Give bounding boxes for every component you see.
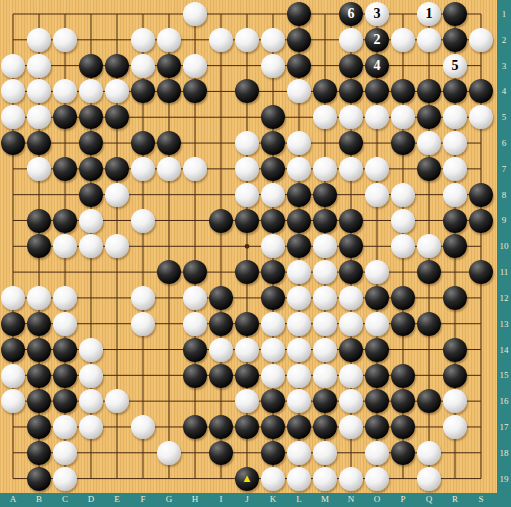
intersection-J11[interactable] [234, 259, 260, 285]
intersection-D1[interactable] [78, 1, 104, 27]
intersection-S2[interactable] [468, 27, 494, 53]
intersection-A7[interactable] [0, 156, 26, 182]
intersection-M12[interactable] [312, 285, 338, 311]
intersection-E11[interactable] [104, 259, 130, 285]
intersection-H5[interactable] [182, 104, 208, 130]
intersection-F11[interactable] [130, 259, 156, 285]
intersection-M13[interactable] [312, 311, 338, 337]
intersection-P19[interactable] [390, 466, 416, 492]
intersection-S12[interactable] [468, 285, 494, 311]
intersection-E4[interactable] [104, 78, 130, 104]
intersection-C2[interactable] [52, 27, 78, 53]
intersection-C18[interactable] [52, 440, 78, 466]
intersection-J2[interactable] [234, 27, 260, 53]
intersection-S1[interactable] [468, 1, 494, 27]
intersection-P18[interactable] [390, 440, 416, 466]
intersection-D12[interactable] [78, 285, 104, 311]
intersection-B18[interactable] [26, 440, 52, 466]
intersection-K5[interactable] [260, 104, 286, 130]
intersection-N16[interactable] [338, 388, 364, 414]
intersection-G13[interactable] [156, 311, 182, 337]
intersection-H16[interactable] [182, 388, 208, 414]
intersection-S17[interactable] [468, 414, 494, 440]
intersection-L15[interactable] [286, 363, 312, 389]
intersection-L2[interactable] [286, 27, 312, 53]
intersection-F18[interactable] [130, 440, 156, 466]
intersection-L6[interactable] [286, 130, 312, 156]
intersection-B7[interactable] [26, 156, 52, 182]
intersection-F2[interactable] [130, 27, 156, 53]
intersection-J13[interactable] [234, 311, 260, 337]
intersection-O5[interactable] [364, 104, 390, 130]
intersection-R10[interactable] [442, 233, 468, 259]
intersection-G2[interactable] [156, 27, 182, 53]
intersection-E3[interactable] [104, 53, 130, 79]
intersection-K12[interactable] [260, 285, 286, 311]
intersection-E15[interactable] [104, 363, 130, 389]
intersection-N3[interactable] [338, 53, 364, 79]
intersection-L3[interactable] [286, 53, 312, 79]
intersection-K1[interactable] [260, 1, 286, 27]
intersection-A12[interactable] [0, 285, 26, 311]
intersection-R15[interactable] [442, 363, 468, 389]
intersection-L16[interactable] [286, 388, 312, 414]
intersection-K3[interactable] [260, 53, 286, 79]
intersection-J9[interactable] [234, 208, 260, 234]
intersection-R11[interactable] [442, 259, 468, 285]
intersection-C10[interactable] [52, 233, 78, 259]
intersection-R7[interactable] [442, 156, 468, 182]
intersection-H11[interactable] [182, 259, 208, 285]
intersection-D14[interactable] [78, 337, 104, 363]
intersection-B11[interactable] [26, 259, 52, 285]
intersection-L14[interactable] [286, 337, 312, 363]
intersection-L13[interactable] [286, 311, 312, 337]
intersection-K11[interactable] [260, 259, 286, 285]
intersection-O7[interactable] [364, 156, 390, 182]
intersection-S8[interactable] [468, 182, 494, 208]
intersection-E19[interactable] [104, 466, 130, 492]
intersection-O14[interactable] [364, 337, 390, 363]
intersection-B16[interactable] [26, 388, 52, 414]
intersection-N15[interactable] [338, 363, 364, 389]
intersection-H6[interactable] [182, 130, 208, 156]
intersection-C6[interactable] [52, 130, 78, 156]
intersection-K9[interactable] [260, 208, 286, 234]
intersection-K19[interactable] [260, 466, 286, 492]
intersection-O3[interactable]: 4 [364, 53, 390, 79]
intersection-G3[interactable] [156, 53, 182, 79]
intersection-G11[interactable] [156, 259, 182, 285]
intersection-Q4[interactable] [416, 78, 442, 104]
intersection-N10[interactable] [338, 233, 364, 259]
intersection-S11[interactable] [468, 259, 494, 285]
intersection-N18[interactable] [338, 440, 364, 466]
intersection-J7[interactable] [234, 156, 260, 182]
intersection-J10[interactable] [234, 233, 260, 259]
intersection-A13[interactable] [0, 311, 26, 337]
intersection-C9[interactable] [52, 208, 78, 234]
intersection-M19[interactable] [312, 466, 338, 492]
intersection-N7[interactable] [338, 156, 364, 182]
intersection-B19[interactable] [26, 466, 52, 492]
intersection-G1[interactable] [156, 1, 182, 27]
intersection-F17[interactable] [130, 414, 156, 440]
intersection-G9[interactable] [156, 208, 182, 234]
intersection-J19[interactable]: ▲ [234, 466, 260, 492]
intersection-Q3[interactable] [416, 53, 442, 79]
intersection-B17[interactable] [26, 414, 52, 440]
intersection-B5[interactable] [26, 104, 52, 130]
intersection-B9[interactable] [26, 208, 52, 234]
intersection-F12[interactable] [130, 285, 156, 311]
intersection-L9[interactable] [286, 208, 312, 234]
intersection-E8[interactable] [104, 182, 130, 208]
intersection-N17[interactable] [338, 414, 364, 440]
intersection-J12[interactable] [234, 285, 260, 311]
intersection-D16[interactable] [78, 388, 104, 414]
intersection-H7[interactable] [182, 156, 208, 182]
intersection-O1[interactable]: 3 [364, 1, 390, 27]
intersection-H15[interactable] [182, 363, 208, 389]
intersection-N5[interactable] [338, 104, 364, 130]
intersection-P7[interactable] [390, 156, 416, 182]
intersection-H4[interactable] [182, 78, 208, 104]
intersection-S14[interactable] [468, 337, 494, 363]
intersection-H8[interactable] [182, 182, 208, 208]
intersection-M8[interactable] [312, 182, 338, 208]
intersection-F3[interactable] [130, 53, 156, 79]
intersection-B6[interactable] [26, 130, 52, 156]
intersection-G6[interactable] [156, 130, 182, 156]
intersection-K14[interactable] [260, 337, 286, 363]
intersection-G7[interactable] [156, 156, 182, 182]
intersection-H18[interactable] [182, 440, 208, 466]
intersection-Q11[interactable] [416, 259, 442, 285]
intersection-J14[interactable] [234, 337, 260, 363]
intersection-N6[interactable] [338, 130, 364, 156]
intersection-G5[interactable] [156, 104, 182, 130]
intersection-R4[interactable] [442, 78, 468, 104]
intersection-H10[interactable] [182, 233, 208, 259]
intersection-Q10[interactable] [416, 233, 442, 259]
intersection-G10[interactable] [156, 233, 182, 259]
intersection-F16[interactable] [130, 388, 156, 414]
intersection-H9[interactable] [182, 208, 208, 234]
intersection-C5[interactable] [52, 104, 78, 130]
intersection-C17[interactable] [52, 414, 78, 440]
intersection-K18[interactable] [260, 440, 286, 466]
intersection-G8[interactable] [156, 182, 182, 208]
intersection-S6[interactable] [468, 130, 494, 156]
intersection-I1[interactable] [208, 1, 234, 27]
intersection-M15[interactable] [312, 363, 338, 389]
intersection-Q15[interactable] [416, 363, 442, 389]
intersection-Q7[interactable] [416, 156, 442, 182]
intersection-A11[interactable] [0, 259, 26, 285]
intersection-D18[interactable] [78, 440, 104, 466]
intersection-H1[interactable] [182, 1, 208, 27]
intersection-P8[interactable] [390, 182, 416, 208]
intersection-F14[interactable] [130, 337, 156, 363]
intersection-E14[interactable] [104, 337, 130, 363]
intersection-E5[interactable] [104, 104, 130, 130]
intersection-P9[interactable] [390, 208, 416, 234]
intersection-C16[interactable] [52, 388, 78, 414]
intersection-P3[interactable] [390, 53, 416, 79]
intersection-D6[interactable] [78, 130, 104, 156]
intersection-P14[interactable] [390, 337, 416, 363]
intersection-S15[interactable] [468, 363, 494, 389]
intersection-F15[interactable] [130, 363, 156, 389]
intersection-A3[interactable] [0, 53, 26, 79]
intersection-P12[interactable] [390, 285, 416, 311]
intersection-R16[interactable] [442, 388, 468, 414]
intersection-Q8[interactable] [416, 182, 442, 208]
intersection-M2[interactable] [312, 27, 338, 53]
intersection-Q17[interactable] [416, 414, 442, 440]
intersection-A15[interactable] [0, 363, 26, 389]
intersection-G15[interactable] [156, 363, 182, 389]
intersection-I19[interactable] [208, 466, 234, 492]
intersection-L10[interactable] [286, 233, 312, 259]
intersection-O10[interactable] [364, 233, 390, 259]
intersection-K17[interactable] [260, 414, 286, 440]
intersection-I5[interactable] [208, 104, 234, 130]
go-board[interactable]: 631245▲ [0, 1, 494, 492]
intersection-H14[interactable] [182, 337, 208, 363]
intersection-L11[interactable] [286, 259, 312, 285]
intersection-I15[interactable] [208, 363, 234, 389]
intersection-N19[interactable] [338, 466, 364, 492]
intersection-S3[interactable] [468, 53, 494, 79]
intersection-M11[interactable] [312, 259, 338, 285]
intersection-C13[interactable] [52, 311, 78, 337]
intersection-L7[interactable] [286, 156, 312, 182]
intersection-Q16[interactable] [416, 388, 442, 414]
intersection-F1[interactable] [130, 1, 156, 27]
intersection-E18[interactable] [104, 440, 130, 466]
intersection-J3[interactable] [234, 53, 260, 79]
intersection-H3[interactable] [182, 53, 208, 79]
intersection-O8[interactable] [364, 182, 390, 208]
intersection-S7[interactable] [468, 156, 494, 182]
intersection-O6[interactable] [364, 130, 390, 156]
intersection-J5[interactable] [234, 104, 260, 130]
intersection-S18[interactable] [468, 440, 494, 466]
intersection-C15[interactable] [52, 363, 78, 389]
intersection-O9[interactable] [364, 208, 390, 234]
intersection-L12[interactable] [286, 285, 312, 311]
intersection-F9[interactable] [130, 208, 156, 234]
intersection-I7[interactable] [208, 156, 234, 182]
intersection-C3[interactable] [52, 53, 78, 79]
intersection-D11[interactable] [78, 259, 104, 285]
intersection-Q9[interactable] [416, 208, 442, 234]
intersection-A9[interactable] [0, 208, 26, 234]
intersection-G16[interactable] [156, 388, 182, 414]
intersection-E13[interactable] [104, 311, 130, 337]
intersection-A18[interactable] [0, 440, 26, 466]
intersection-M3[interactable] [312, 53, 338, 79]
intersection-S5[interactable] [468, 104, 494, 130]
intersection-R9[interactable] [442, 208, 468, 234]
intersection-M1[interactable] [312, 1, 338, 27]
intersection-I16[interactable] [208, 388, 234, 414]
intersection-E1[interactable] [104, 1, 130, 27]
intersection-D7[interactable] [78, 156, 104, 182]
intersection-O16[interactable] [364, 388, 390, 414]
intersection-M5[interactable] [312, 104, 338, 130]
intersection-B10[interactable] [26, 233, 52, 259]
intersection-A10[interactable] [0, 233, 26, 259]
intersection-B15[interactable] [26, 363, 52, 389]
intersection-E6[interactable] [104, 130, 130, 156]
intersection-I4[interactable] [208, 78, 234, 104]
intersection-I11[interactable] [208, 259, 234, 285]
intersection-M14[interactable] [312, 337, 338, 363]
intersection-N1[interactable]: 6 [338, 1, 364, 27]
intersection-J15[interactable] [234, 363, 260, 389]
intersection-C19[interactable] [52, 466, 78, 492]
intersection-P16[interactable] [390, 388, 416, 414]
intersection-R12[interactable] [442, 285, 468, 311]
intersection-I12[interactable] [208, 285, 234, 311]
intersection-B8[interactable] [26, 182, 52, 208]
intersection-A2[interactable] [0, 27, 26, 53]
intersection-D4[interactable] [78, 78, 104, 104]
intersection-P10[interactable] [390, 233, 416, 259]
intersection-H17[interactable] [182, 414, 208, 440]
intersection-Q13[interactable] [416, 311, 442, 337]
intersection-C7[interactable] [52, 156, 78, 182]
intersection-F6[interactable] [130, 130, 156, 156]
intersection-G17[interactable] [156, 414, 182, 440]
intersection-K2[interactable] [260, 27, 286, 53]
intersection-M10[interactable] [312, 233, 338, 259]
intersection-G19[interactable] [156, 466, 182, 492]
intersection-Q14[interactable] [416, 337, 442, 363]
intersection-A5[interactable] [0, 104, 26, 130]
intersection-L1[interactable] [286, 1, 312, 27]
intersection-O18[interactable] [364, 440, 390, 466]
intersection-S4[interactable] [468, 78, 494, 104]
intersection-L4[interactable] [286, 78, 312, 104]
intersection-I8[interactable] [208, 182, 234, 208]
intersection-E17[interactable] [104, 414, 130, 440]
intersection-D17[interactable] [78, 414, 104, 440]
intersection-O4[interactable] [364, 78, 390, 104]
intersection-O12[interactable] [364, 285, 390, 311]
intersection-Q5[interactable] [416, 104, 442, 130]
intersection-P11[interactable] [390, 259, 416, 285]
intersection-A16[interactable] [0, 388, 26, 414]
intersection-R18[interactable] [442, 440, 468, 466]
intersection-N13[interactable] [338, 311, 364, 337]
intersection-A14[interactable] [0, 337, 26, 363]
intersection-K16[interactable] [260, 388, 286, 414]
intersection-K6[interactable] [260, 130, 286, 156]
intersection-G12[interactable] [156, 285, 182, 311]
intersection-I6[interactable] [208, 130, 234, 156]
intersection-C4[interactable] [52, 78, 78, 104]
intersection-B4[interactable] [26, 78, 52, 104]
intersection-S16[interactable] [468, 388, 494, 414]
intersection-D9[interactable] [78, 208, 104, 234]
intersection-D10[interactable] [78, 233, 104, 259]
intersection-J18[interactable] [234, 440, 260, 466]
intersection-J16[interactable] [234, 388, 260, 414]
intersection-Q6[interactable] [416, 130, 442, 156]
intersection-M9[interactable] [312, 208, 338, 234]
intersection-L19[interactable] [286, 466, 312, 492]
intersection-P15[interactable] [390, 363, 416, 389]
intersection-I17[interactable] [208, 414, 234, 440]
intersection-A6[interactable] [0, 130, 26, 156]
intersection-A17[interactable] [0, 414, 26, 440]
intersection-A1[interactable] [0, 1, 26, 27]
intersection-D13[interactable] [78, 311, 104, 337]
intersection-M6[interactable] [312, 130, 338, 156]
intersection-P4[interactable] [390, 78, 416, 104]
intersection-G18[interactable] [156, 440, 182, 466]
intersection-J8[interactable] [234, 182, 260, 208]
intersection-E12[interactable] [104, 285, 130, 311]
intersection-E16[interactable] [104, 388, 130, 414]
intersection-A19[interactable] [0, 466, 26, 492]
intersection-L17[interactable] [286, 414, 312, 440]
intersection-N8[interactable] [338, 182, 364, 208]
intersection-L18[interactable] [286, 440, 312, 466]
intersection-Q1[interactable]: 1 [416, 1, 442, 27]
intersection-E9[interactable] [104, 208, 130, 234]
intersection-H19[interactable] [182, 466, 208, 492]
intersection-J4[interactable] [234, 78, 260, 104]
intersection-A8[interactable] [0, 182, 26, 208]
intersection-Q18[interactable] [416, 440, 442, 466]
intersection-I9[interactable] [208, 208, 234, 234]
intersection-E2[interactable] [104, 27, 130, 53]
intersection-C11[interactable] [52, 259, 78, 285]
intersection-N2[interactable] [338, 27, 364, 53]
intersection-D8[interactable] [78, 182, 104, 208]
intersection-H2[interactable] [182, 27, 208, 53]
intersection-O13[interactable] [364, 311, 390, 337]
intersection-I18[interactable] [208, 440, 234, 466]
intersection-I3[interactable] [208, 53, 234, 79]
intersection-D2[interactable] [78, 27, 104, 53]
intersection-P6[interactable] [390, 130, 416, 156]
intersection-L8[interactable] [286, 182, 312, 208]
intersection-G4[interactable] [156, 78, 182, 104]
intersection-P17[interactable] [390, 414, 416, 440]
intersection-M4[interactable] [312, 78, 338, 104]
intersection-K13[interactable] [260, 311, 286, 337]
intersection-Q2[interactable] [416, 27, 442, 53]
intersection-J6[interactable] [234, 130, 260, 156]
intersection-C14[interactable] [52, 337, 78, 363]
intersection-S10[interactable] [468, 233, 494, 259]
intersection-R19[interactable] [442, 466, 468, 492]
intersection-G14[interactable] [156, 337, 182, 363]
intersection-F8[interactable] [130, 182, 156, 208]
intersection-M17[interactable] [312, 414, 338, 440]
intersection-O11[interactable] [364, 259, 390, 285]
intersection-K4[interactable] [260, 78, 286, 104]
intersection-B1[interactable] [26, 1, 52, 27]
intersection-R8[interactable] [442, 182, 468, 208]
intersection-R17[interactable] [442, 414, 468, 440]
